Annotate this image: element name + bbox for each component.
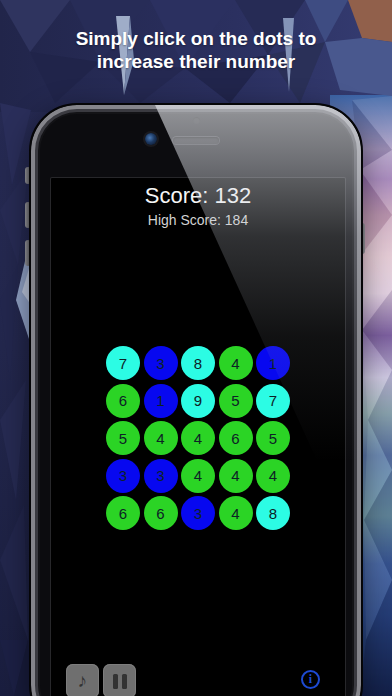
dot-green-4[interactable]: 4: [181, 459, 215, 493]
dot-cyan-8[interactable]: 8: [181, 346, 215, 380]
dot-cyan-9[interactable]: 9: [181, 384, 215, 418]
dot-cyan-7[interactable]: 7: [106, 346, 140, 380]
pause-button[interactable]: [103, 664, 136, 696]
dot-blue-3[interactable]: 3: [181, 496, 215, 530]
dot-green-5[interactable]: 5: [106, 421, 140, 455]
dot-cyan-7[interactable]: 7: [256, 384, 290, 418]
music-note-icon: ♪: [78, 671, 88, 690]
instruction-line-2: increase their number: [0, 50, 392, 73]
dot-green-4[interactable]: 4: [219, 459, 253, 493]
instruction-line-1: Simply click on the dots to: [0, 27, 392, 50]
dot-green-6[interactable]: 6: [106, 384, 140, 418]
proximity-sensor-dot: [193, 117, 200, 124]
high-score-text: High Score: 184: [51, 212, 345, 228]
dots-grid: 7384161957544653344466348: [106, 346, 290, 530]
game-screen: Score: 132 High Score: 184 7384161957544…: [50, 177, 346, 696]
dot-blue-1[interactable]: 1: [256, 346, 290, 380]
app-store-screenshot: { "header": { "instruction_line1": "Simp…: [0, 0, 392, 696]
dot-green-4[interactable]: 4: [219, 496, 253, 530]
dot-green-4[interactable]: 4: [219, 346, 253, 380]
info-icon: i: [309, 672, 312, 687]
dot-green-6[interactable]: 6: [144, 496, 178, 530]
dot-cyan-8[interactable]: 8: [256, 496, 290, 530]
front-camera: [145, 133, 157, 145]
dot-blue-3[interactable]: 3: [144, 346, 178, 380]
dot-green-6[interactable]: 6: [106, 496, 140, 530]
dot-blue-1[interactable]: 1: [144, 384, 178, 418]
dot-green-5[interactable]: 5: [256, 421, 290, 455]
dot-green-4[interactable]: 4: [144, 421, 178, 455]
dot-blue-3[interactable]: 3: [144, 459, 178, 493]
instruction-text: Simply click on the dots to increase the…: [0, 27, 392, 73]
dot-green-6[interactable]: 6: [219, 421, 253, 455]
pause-icon: [113, 674, 127, 689]
score-text: Score: 132: [51, 183, 345, 209]
dot-green-4[interactable]: 4: [256, 459, 290, 493]
info-button[interactable]: i: [301, 670, 320, 689]
dot-green-4[interactable]: 4: [181, 421, 215, 455]
dot-green-5[interactable]: 5: [219, 384, 253, 418]
dot-blue-3[interactable]: 3: [106, 459, 140, 493]
phone-frame: Score: 132 High Score: 184 7384161957544…: [29, 103, 363, 696]
music-toggle-button[interactable]: ♪: [66, 664, 99, 696]
earpiece-speaker: [173, 137, 219, 144]
